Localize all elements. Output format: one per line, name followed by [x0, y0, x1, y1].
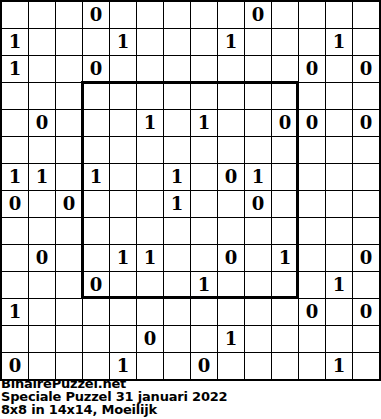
cell-r1c3[interactable]: [83, 29, 109, 55]
cell-r5c5[interactable]: [137, 137, 163, 163]
cell-r3c4[interactable]: [110, 83, 136, 109]
cell-r0c13[interactable]: [353, 2, 379, 28]
cell-r6c0: 1: [2, 164, 28, 190]
cell-r1c1[interactable]: [29, 29, 55, 55]
cell-r0c12[interactable]: [326, 2, 352, 28]
puzzle-board: 0011111000011000111101001001101001110001…: [0, 0, 381, 381]
cell-r6c11[interactable]: [299, 164, 325, 190]
cell-r2c5[interactable]: [137, 56, 163, 82]
cell-r2c13: 0: [353, 56, 379, 82]
cell-r0c9: 0: [245, 2, 271, 28]
cell-r2c12[interactable]: [326, 56, 352, 82]
cell-r12c13[interactable]: [353, 326, 379, 352]
cell-r5c4[interactable]: [110, 137, 136, 163]
cell-r8c13[interactable]: [353, 218, 379, 244]
cell-r9c1: 0: [29, 245, 55, 271]
cell-r9c10: 1: [272, 245, 298, 271]
cell-r13c0: 0: [2, 353, 28, 379]
cell-r9c0[interactable]: [2, 245, 28, 271]
cell-r4c1: 0: [29, 110, 55, 136]
cell-r5c12[interactable]: [326, 137, 352, 163]
cell-r11c3[interactable]: [83, 299, 109, 325]
cell-r11c8[interactable]: [218, 299, 244, 325]
cell-r7c9: 0: [245, 191, 271, 217]
cell-r1c4: 1: [110, 29, 136, 55]
cell-r1c9[interactable]: [245, 29, 271, 55]
cell-r11c9[interactable]: [245, 299, 271, 325]
cell-r5c7[interactable]: [191, 137, 217, 163]
cell-r3c6[interactable]: [164, 83, 190, 109]
cell-r4c2[interactable]: [56, 110, 82, 136]
cell-r11c2[interactable]: [56, 299, 82, 325]
cell-r12c12[interactable]: [326, 326, 352, 352]
cell-r10c1[interactable]: [29, 272, 55, 298]
cell-r9c3[interactable]: [83, 245, 109, 271]
cell-r3c10[interactable]: [272, 83, 298, 109]
cell-r13c10[interactable]: [272, 353, 298, 379]
cell-r8c1[interactable]: [29, 218, 55, 244]
cell-r2c3: 0: [83, 56, 109, 82]
cell-r4c7: 1: [191, 110, 217, 136]
cell-r10c2[interactable]: [56, 272, 82, 298]
cell-r2c4[interactable]: [110, 56, 136, 82]
cell-r4c6[interactable]: [164, 110, 190, 136]
cell-r7c11[interactable]: [299, 191, 325, 217]
cell-r3c3[interactable]: [83, 83, 109, 109]
cell-r4c12[interactable]: [326, 110, 352, 136]
cell-r7c13[interactable]: [353, 191, 379, 217]
cell-r6c8: 0: [218, 164, 244, 190]
cell-r13c3[interactable]: [83, 353, 109, 379]
cell-r0c1[interactable]: [29, 2, 55, 28]
cell-r10c12: 1: [326, 272, 352, 298]
cell-r6c7[interactable]: [191, 164, 217, 190]
cell-r4c13: 0: [353, 110, 379, 136]
cell-r7c6: 1: [164, 191, 190, 217]
cell-r4c0[interactable]: [2, 110, 28, 136]
cell-r0c3: 0: [83, 2, 109, 28]
cell-r7c10[interactable]: [272, 191, 298, 217]
cell-r13c12: 1: [326, 353, 352, 379]
cell-r11c5[interactable]: [137, 299, 163, 325]
cell-r7c8[interactable]: [218, 191, 244, 217]
cell-r0c5[interactable]: [137, 2, 163, 28]
cell-r8c6[interactable]: [164, 218, 190, 244]
cell-r5c0[interactable]: [2, 137, 28, 163]
cell-r1c7[interactable]: [191, 29, 217, 55]
cell-r2c0: 1: [2, 56, 28, 82]
cell-r5c10[interactable]: [272, 137, 298, 163]
cell-r13c2[interactable]: [56, 353, 82, 379]
cell-r10c9[interactable]: [245, 272, 271, 298]
cell-r7c12[interactable]: [326, 191, 352, 217]
cell-r7c3[interactable]: [83, 191, 109, 217]
cell-r9c2[interactable]: [56, 245, 82, 271]
cell-r12c8: 1: [218, 326, 244, 352]
cell-r5c13[interactable]: [353, 137, 379, 163]
cell-r11c0: 1: [2, 299, 28, 325]
cell-r10c11[interactable]: [299, 272, 325, 298]
cell-r13c8[interactable]: [218, 353, 244, 379]
cell-r6c2[interactable]: [56, 164, 82, 190]
cell-r4c3[interactable]: [83, 110, 109, 136]
cell-r5c1[interactable]: [29, 137, 55, 163]
cell-r2c6[interactable]: [164, 56, 190, 82]
cell-r0c11[interactable]: [299, 2, 325, 28]
cell-r9c12[interactable]: [326, 245, 352, 271]
cell-r3c5[interactable]: [137, 83, 163, 109]
cell-r3c0[interactable]: [2, 83, 28, 109]
cell-r13c6[interactable]: [164, 353, 190, 379]
cell-r9c4: 1: [110, 245, 136, 271]
cell-r0c6[interactable]: [164, 2, 190, 28]
cell-r1c8: 1: [218, 29, 244, 55]
cell-r6c6: 1: [164, 164, 190, 190]
cell-r10c13[interactable]: [353, 272, 379, 298]
cell-r8c7[interactable]: [191, 218, 217, 244]
cell-r6c5[interactable]: [137, 164, 163, 190]
cell-r11c11: 0: [299, 299, 325, 325]
cell-r8c9[interactable]: [245, 218, 271, 244]
cell-r7c1[interactable]: [29, 191, 55, 217]
cell-r12c4[interactable]: [110, 326, 136, 352]
cell-r8c11[interactable]: [299, 218, 325, 244]
cell-r2c7[interactable]: [191, 56, 217, 82]
cell-r5c11[interactable]: [299, 137, 325, 163]
cell-r9c6[interactable]: [164, 245, 190, 271]
cell-r3c2[interactable]: [56, 83, 82, 109]
cell-r1c6[interactable]: [164, 29, 190, 55]
cell-r12c11[interactable]: [299, 326, 325, 352]
cell-r1c10[interactable]: [272, 29, 298, 55]
cell-r4c4[interactable]: [110, 110, 136, 136]
cell-r12c3[interactable]: [83, 326, 109, 352]
cell-r6c13[interactable]: [353, 164, 379, 190]
cell-r4c5: 1: [137, 110, 163, 136]
cell-r0c10[interactable]: [272, 2, 298, 28]
cell-r6c3: 1: [83, 164, 109, 190]
cell-r11c12[interactable]: [326, 299, 352, 325]
cell-r5c6[interactable]: [164, 137, 190, 163]
cell-r1c13[interactable]: [353, 29, 379, 55]
cell-r7c4[interactable]: [110, 191, 136, 217]
cell-r1c11[interactable]: [299, 29, 325, 55]
cell-r9c11[interactable]: [299, 245, 325, 271]
cell-r3c8[interactable]: [218, 83, 244, 109]
footer: BinairePuzzel.net Speciale Puzzel 31 jan…: [0, 377, 381, 418]
cell-r12c7[interactable]: [191, 326, 217, 352]
cell-r8c2[interactable]: [56, 218, 82, 244]
cell-r10c6[interactable]: [164, 272, 190, 298]
cell-r10c7: 1: [191, 272, 217, 298]
cell-r8c10[interactable]: [272, 218, 298, 244]
puzzle-details: 8x8 in 14x14, Moeilijk: [1, 404, 380, 417]
cell-r10c5[interactable]: [137, 272, 163, 298]
cell-r12c1[interactable]: [29, 326, 55, 352]
cell-r6c1: 1: [29, 164, 55, 190]
cell-r1c5[interactable]: [137, 29, 163, 55]
cell-r5c8[interactable]: [218, 137, 244, 163]
cell-r13c11[interactable]: [299, 353, 325, 379]
board-wrap: 0011111000011000111101001001101001110001…: [0, 0, 377, 377]
cell-r6c4[interactable]: [110, 164, 136, 190]
cell-r2c8[interactable]: [218, 56, 244, 82]
cell-r4c10: 0: [272, 110, 298, 136]
cell-r6c9: 1: [245, 164, 271, 190]
cell-r2c9[interactable]: [245, 56, 271, 82]
cell-r0c8[interactable]: [218, 2, 244, 28]
cell-r9c7[interactable]: [191, 245, 217, 271]
cell-r8c3[interactable]: [83, 218, 109, 244]
cell-r13c4: 1: [110, 353, 136, 379]
cell-r13c7: 0: [191, 353, 217, 379]
cell-r3c13[interactable]: [353, 83, 379, 109]
cell-r6c12[interactable]: [326, 164, 352, 190]
cell-r1c2[interactable]: [56, 29, 82, 55]
cell-r12c6[interactable]: [164, 326, 190, 352]
cell-r2c11: 0: [299, 56, 325, 82]
cell-r10c10[interactable]: [272, 272, 298, 298]
cell-r4c9[interactable]: [245, 110, 271, 136]
cell-r0c7[interactable]: [191, 2, 217, 28]
cell-r10c8[interactable]: [218, 272, 244, 298]
cell-r3c12[interactable]: [326, 83, 352, 109]
cell-r4c8[interactable]: [218, 110, 244, 136]
cell-r13c1[interactable]: [29, 353, 55, 379]
cell-r9c9[interactable]: [245, 245, 271, 271]
cell-r13c13[interactable]: [353, 353, 379, 379]
cell-r2c1[interactable]: [29, 56, 55, 82]
cell-r11c7[interactable]: [191, 299, 217, 325]
cell-r8c12[interactable]: [326, 218, 352, 244]
cell-r7c2: 0: [56, 191, 82, 217]
cell-r11c4[interactable]: [110, 299, 136, 325]
cell-r11c13: 0: [353, 299, 379, 325]
cell-r7c0: 0: [2, 191, 28, 217]
cell-r9c5: 1: [137, 245, 163, 271]
cell-r3c7[interactable]: [191, 83, 217, 109]
cell-r5c9[interactable]: [245, 137, 271, 163]
cell-r12c2[interactable]: [56, 326, 82, 352]
cell-r12c9[interactable]: [245, 326, 271, 352]
cell-r12c5: 0: [137, 326, 163, 352]
cell-r2c2[interactable]: [56, 56, 82, 82]
cell-r0c4[interactable]: [110, 2, 136, 28]
cell-r2c10[interactable]: [272, 56, 298, 82]
cell-r8c5[interactable]: [137, 218, 163, 244]
cell-r5c2[interactable]: [56, 137, 82, 163]
cell-r8c0[interactable]: [2, 218, 28, 244]
cell-r0c0[interactable]: [2, 2, 28, 28]
cell-r9c8: 0: [218, 245, 244, 271]
cell-r3c1[interactable]: [29, 83, 55, 109]
cell-r11c6[interactable]: [164, 299, 190, 325]
cell-r4c11: 0: [299, 110, 325, 136]
cell-r10c4[interactable]: [110, 272, 136, 298]
cell-r10c0[interactable]: [2, 272, 28, 298]
cell-r8c8[interactable]: [218, 218, 244, 244]
cell-r13c5[interactable]: [137, 353, 163, 379]
cell-r12c10[interactable]: [272, 326, 298, 352]
cell-r0c2[interactable]: [56, 2, 82, 28]
cell-r1c0: 1: [2, 29, 28, 55]
cell-r10c3: 0: [83, 272, 109, 298]
puzzle-page: 0011111000011000111101001001101001110001…: [0, 0, 381, 418]
cell-r5c3[interactable]: [83, 137, 109, 163]
cell-r12c0[interactable]: [2, 326, 28, 352]
cell-r3c11[interactable]: [299, 83, 325, 109]
cell-r11c1[interactable]: [29, 299, 55, 325]
cell-r8c4[interactable]: [110, 218, 136, 244]
cell-r6c10[interactable]: [272, 164, 298, 190]
cell-r7c7[interactable]: [191, 191, 217, 217]
cell-r1c12: 1: [326, 29, 352, 55]
cell-r7c5[interactable]: [137, 191, 163, 217]
cell-r9c13: 0: [353, 245, 379, 271]
cell-r3c9[interactable]: [245, 83, 271, 109]
cell-r11c10[interactable]: [272, 299, 298, 325]
cell-r13c9[interactable]: [245, 353, 271, 379]
